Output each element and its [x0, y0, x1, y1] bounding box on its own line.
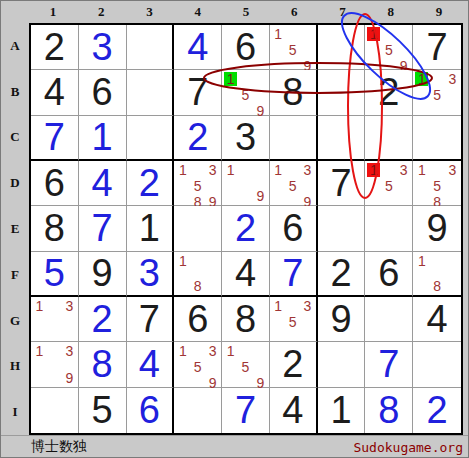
given-digit: 4 [31, 70, 78, 114]
given-digit: 6 [365, 252, 412, 295]
solved-digit: 2 [127, 161, 173, 205]
pencil-marks: 18 [175, 253, 220, 294]
candidate-1: 1 [224, 163, 237, 177]
cell-A2[interactable]: 3 [79, 25, 127, 70]
cell-H7[interactable] [318, 342, 366, 387]
cell-F3[interactable]: 3 [127, 252, 175, 297]
cell-E1[interactable]: 8 [31, 206, 79, 251]
solved-digit: 4 [174, 25, 221, 69]
solved-digit: 4 [79, 161, 126, 205]
candidate-5: 5 [382, 43, 395, 57]
pencil-marks: 159 [366, 26, 411, 68]
cell-A1[interactable]: 2 [31, 25, 79, 70]
cell-A9[interactable]: 7 [413, 25, 461, 70]
cell-I8[interactable]: 8 [365, 388, 413, 433]
col-label-6: 6 [270, 1, 318, 23]
candidate-1: 1 [33, 344, 46, 358]
candidate-1: 1 [176, 254, 189, 268]
given-digit: 6 [174, 297, 221, 341]
cell-I4[interactable] [174, 388, 222, 433]
cell-I5[interactable]: 7 [222, 388, 270, 433]
candidate-8: 8 [191, 279, 204, 293]
candidate-3: 3 [446, 72, 459, 86]
cell-A3[interactable] [127, 25, 175, 70]
cell-B7[interactable] [318, 70, 366, 115]
solved-digit: 1 [79, 116, 126, 159]
candidate-3: 3 [446, 163, 459, 177]
cell-A7[interactable] [318, 25, 366, 70]
solved-digit: 2 [174, 116, 221, 159]
given-digit: 7 [413, 25, 461, 69]
given-digit: 9 [79, 252, 126, 295]
cell-E3[interactable]: 1 [127, 206, 175, 251]
given-digit: 4 [222, 252, 269, 295]
cell-G6[interactable]: 135 [270, 297, 318, 342]
candidate-9: 9 [254, 189, 267, 203]
cell-I7[interactable]: 1 [318, 388, 366, 433]
col-label-4: 4 [174, 1, 222, 23]
app-title: 博士数独 [31, 438, 87, 456]
cell-E9[interactable]: 9 [413, 206, 461, 251]
given-digit: 2 [318, 252, 365, 295]
candidate-5: 5 [430, 88, 443, 102]
candidate-3: 3 [63, 299, 76, 313]
cell-B6[interactable]: 8 [270, 70, 318, 115]
solved-digit: 6 [127, 388, 173, 433]
given-digit: 3 [222, 116, 269, 159]
row-label-I: I [1, 389, 29, 435]
candidate-5: 5 [382, 179, 395, 193]
cell-H9[interactable] [413, 342, 461, 387]
candidate-5: 5 [286, 179, 299, 193]
cell-H4[interactable]: 1359 [174, 342, 222, 387]
cell-F8[interactable]: 6 [365, 252, 413, 297]
cell-I6[interactable]: 4 [270, 388, 318, 433]
cell-I9[interactable]: 2 [413, 388, 461, 433]
candidate-9: 9 [63, 371, 76, 385]
cell-I2[interactable]: 5 [79, 388, 127, 433]
cell-C4[interactable]: 2 [174, 116, 222, 161]
cell-C9[interactable] [413, 116, 461, 161]
given-digit: 4 [413, 297, 461, 341]
cell-E7[interactable] [318, 206, 366, 251]
pencil-marks: 18 [414, 253, 460, 294]
status-bar: 博士数独 Sudokugame.org [1, 435, 469, 458]
cell-E8[interactable] [365, 206, 413, 251]
pencil-marks: 135 [414, 71, 460, 113]
solved-digit: 7 [31, 116, 78, 159]
row-label-F: F [1, 252, 29, 298]
cell-G2[interactable]: 2 [79, 297, 127, 342]
cell-D5[interactable]: 19 [222, 161, 270, 206]
cell-H3[interactable]: 4 [127, 342, 175, 387]
candidate-3: 3 [206, 344, 219, 358]
given-digit: 7 [174, 70, 221, 114]
cell-G7[interactable]: 9 [318, 297, 366, 342]
cell-E5[interactable]: 2 [222, 206, 270, 251]
pencil-marks: 1359 [175, 343, 220, 385]
candidate-8: 8 [430, 279, 443, 293]
cell-H6[interactable]: 2 [270, 342, 318, 387]
pencil-marks: 159 [223, 71, 268, 113]
candidate-1-red-highlight: 1 [367, 27, 380, 41]
given-digit: 2 [365, 70, 412, 114]
cell-C3[interactable] [127, 116, 175, 161]
row-headers: ABCDEFGHI [1, 23, 29, 435]
cell-D8[interactable]: 135 [365, 161, 413, 206]
given-digit: 1 [318, 388, 365, 433]
cell-F2[interactable]: 9 [79, 252, 127, 297]
cell-G9[interactable]: 4 [413, 297, 461, 342]
candidate-1: 1 [415, 163, 428, 177]
cell-A8[interactable]: 159 [365, 25, 413, 70]
given-digit: 8 [270, 70, 316, 114]
solved-digit: 4 [127, 342, 173, 386]
given-digit: 8 [222, 297, 269, 341]
given-digit: 6 [222, 25, 269, 69]
candidate-5: 5 [286, 315, 299, 329]
cell-H1[interactable]: 139 [31, 342, 79, 387]
cell-I1[interactable] [31, 388, 79, 433]
cell-G4[interactable]: 6 [174, 297, 222, 342]
cell-B3[interactable] [127, 70, 175, 115]
cell-B4[interactable]: 7 [174, 70, 222, 115]
given-digit: 9 [413, 206, 461, 250]
pencil-marks: 135 [366, 162, 411, 204]
row-label-H: H [1, 343, 29, 389]
solved-digit: 7 [270, 252, 316, 295]
solved-digit: 3 [127, 252, 173, 295]
candidate-3: 3 [397, 163, 410, 177]
col-label-5: 5 [222, 1, 270, 23]
cell-B9[interactable]: 135 [413, 70, 461, 115]
cell-D4[interactable]: 13589 [174, 161, 222, 206]
candidate-3: 3 [63, 344, 76, 358]
solved-digit: 3 [79, 25, 126, 69]
candidate-1-green-highlight: 1 [224, 72, 237, 86]
solved-digit: 2 [413, 388, 461, 433]
cell-H5[interactable]: 159 [222, 342, 270, 387]
solved-digit: 2 [79, 297, 126, 341]
row-label-B: B [1, 69, 29, 115]
candidate-5: 5 [191, 179, 204, 193]
pencil-marks: 139 [32, 343, 77, 385]
cell-I3[interactable]: 6 [127, 388, 175, 433]
cell-D9[interactable]: 1358 [413, 161, 461, 206]
solved-digit: 7 [79, 206, 126, 250]
row-label-A: A [1, 23, 29, 69]
cell-D1[interactable]: 6 [31, 161, 79, 206]
solved-digit: 2 [222, 206, 269, 250]
pencil-marks: 13589 [175, 162, 220, 204]
row-label-D: D [1, 160, 29, 206]
cell-C2[interactable]: 1 [79, 116, 127, 161]
given-digit: 8 [31, 206, 78, 250]
column-headers: 123456789 [29, 1, 463, 23]
candidate-1: 1 [176, 344, 189, 358]
col-label-8: 8 [367, 1, 415, 23]
row-label-G: G [1, 298, 29, 344]
cell-C7[interactable] [318, 116, 366, 161]
pencil-marks: 159 [271, 26, 315, 68]
row-label-C: C [1, 115, 29, 161]
cell-A5[interactable]: 6 [222, 25, 270, 70]
cell-F6[interactable]: 7 [270, 252, 318, 297]
candidate-1: 1 [176, 163, 189, 177]
candidate-1-red-highlight: 1 [367, 163, 380, 177]
cell-D2[interactable]: 4 [79, 161, 127, 206]
cell-A4[interactable]: 4 [174, 25, 222, 70]
cell-F5[interactable]: 4 [222, 252, 270, 297]
cell-F9[interactable]: 18 [413, 252, 461, 297]
cell-D7[interactable]: 7 [318, 161, 366, 206]
candidate-1: 1 [33, 299, 46, 313]
given-digit: 7 [127, 297, 173, 341]
solved-digit: 8 [79, 342, 126, 386]
col-label-1: 1 [29, 1, 77, 23]
cell-G8[interactable] [365, 297, 413, 342]
pencil-marks: 1359 [271, 162, 315, 204]
site-link[interactable]: Sudokugame.org [353, 440, 463, 455]
cell-H2[interactable]: 8 [79, 342, 127, 387]
pencil-marks: 1358 [414, 162, 460, 204]
cell-G1[interactable]: 13 [31, 297, 79, 342]
col-label-9: 9 [415, 1, 463, 23]
cell-E4[interactable] [174, 206, 222, 251]
cell-B1[interactable]: 4 [31, 70, 79, 115]
cell-B8[interactable]: 2 [365, 70, 413, 115]
cell-D3[interactable]: 2 [127, 161, 175, 206]
cell-B5[interactable]: 159 [222, 70, 270, 115]
candidate-1: 1 [272, 163, 285, 177]
given-digit: 5 [79, 388, 126, 433]
sudoku-window: 123456789 ABCDEFGHI 23461591597467159821… [0, 0, 469, 458]
candidate-5: 5 [239, 360, 252, 374]
pencil-marks: 13 [32, 298, 77, 340]
cell-C5[interactable]: 3 [222, 116, 270, 161]
col-label-3: 3 [125, 1, 173, 23]
candidate-1: 1 [272, 27, 285, 41]
cell-F7[interactable]: 2 [318, 252, 366, 297]
solved-digit: 7 [365, 342, 412, 386]
candidate-1: 1 [224, 344, 237, 358]
candidate-1: 1 [415, 254, 428, 268]
cell-F1[interactable]: 5 [31, 252, 79, 297]
cell-B2[interactable]: 6 [79, 70, 127, 115]
cell-C6[interactable] [270, 116, 318, 161]
candidate-1-green-highlight: 1 [415, 72, 428, 86]
row-label-E: E [1, 206, 29, 252]
given-digit: 6 [270, 206, 316, 250]
given-digit: 9 [318, 297, 365, 341]
candidate-5: 5 [286, 43, 299, 57]
cell-E6[interactable]: 6 [270, 206, 318, 251]
cell-E2[interactable]: 7 [79, 206, 127, 251]
candidate-5: 5 [191, 360, 204, 374]
cell-G5[interactable]: 8 [222, 297, 270, 342]
candidate-1: 1 [272, 299, 285, 313]
candidate-5: 5 [430, 179, 443, 193]
candidate-3: 3 [206, 163, 219, 177]
given-digit: 6 [31, 161, 78, 205]
given-digit: 2 [270, 342, 316, 386]
sudoku-board: 2346159159746715982135712364213589191359… [29, 23, 463, 435]
col-label-2: 2 [77, 1, 125, 23]
solved-digit: 5 [31, 252, 78, 295]
cell-F4[interactable]: 18 [174, 252, 222, 297]
pencil-marks: 159 [223, 343, 268, 385]
solved-digit: 7 [222, 388, 269, 433]
cell-D6[interactable]: 1359 [270, 161, 318, 206]
pencil-marks: 19 [223, 162, 268, 204]
cell-G3[interactable]: 7 [127, 297, 175, 342]
candidate-5: 5 [239, 88, 252, 102]
solved-digit: 8 [365, 388, 412, 433]
cell-C8[interactable] [365, 116, 413, 161]
col-label-7: 7 [318, 1, 366, 23]
cell-H8[interactable]: 7 [365, 342, 413, 387]
cell-A6[interactable]: 159 [270, 25, 318, 70]
given-digit: 6 [79, 70, 126, 114]
candidate-3: 3 [301, 163, 314, 177]
pencil-marks: 135 [271, 298, 315, 340]
given-digit: 1 [127, 206, 173, 250]
given-digit: 2 [31, 25, 78, 69]
cell-C1[interactable]: 7 [31, 116, 79, 161]
given-digit: 4 [270, 388, 316, 433]
candidate-3: 3 [301, 299, 314, 313]
given-digit: 7 [318, 161, 365, 205]
